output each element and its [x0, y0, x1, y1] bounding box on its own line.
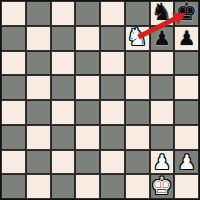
- square-e5[interactable]: [100, 75, 125, 100]
- black-knight[interactable]: ♞: [151, 1, 173, 24]
- square-h7[interactable]: ♟: [174, 26, 199, 51]
- square-b2[interactable]: [26, 150, 51, 175]
- square-e8[interactable]: [100, 1, 125, 26]
- square-h8[interactable]: ♚: [174, 1, 199, 26]
- square-b3[interactable]: [26, 125, 51, 150]
- square-c1[interactable]: [51, 174, 76, 199]
- white-knight[interactable]: ♞: [126, 26, 148, 49]
- square-f6[interactable]: [125, 51, 150, 76]
- square-f3[interactable]: [125, 125, 150, 150]
- square-a4[interactable]: [1, 100, 26, 125]
- square-a7[interactable]: [1, 26, 26, 51]
- black-pawn[interactable]: ♟: [178, 28, 196, 48]
- white-pawn[interactable]: ♟: [153, 152, 171, 172]
- square-e7[interactable]: [100, 26, 125, 51]
- square-g7[interactable]: ♟: [150, 26, 175, 51]
- square-g4[interactable]: [150, 100, 175, 125]
- square-g6[interactable]: [150, 51, 175, 76]
- square-d2[interactable]: [75, 150, 100, 175]
- square-h5[interactable]: [174, 75, 199, 100]
- square-f7[interactable]: ♞: [125, 26, 150, 51]
- square-h2[interactable]: ♟: [174, 150, 199, 175]
- square-a2[interactable]: [1, 150, 26, 175]
- square-h4[interactable]: [174, 100, 199, 125]
- square-h3[interactable]: [174, 125, 199, 150]
- square-f4[interactable]: [125, 100, 150, 125]
- square-a5[interactable]: [1, 75, 26, 100]
- square-g2[interactable]: ♟: [150, 150, 175, 175]
- chess-board[interactable]: ♞♚♞♟♟♟♟♚: [0, 0, 200, 200]
- square-c6[interactable]: [51, 51, 76, 76]
- square-b5[interactable]: [26, 75, 51, 100]
- square-g8[interactable]: ♞: [150, 1, 175, 26]
- square-c4[interactable]: [51, 100, 76, 125]
- white-pawn[interactable]: ♟: [178, 152, 196, 172]
- square-b4[interactable]: [26, 100, 51, 125]
- square-c2[interactable]: [51, 150, 76, 175]
- square-c7[interactable]: [51, 26, 76, 51]
- square-e3[interactable]: [100, 125, 125, 150]
- square-d4[interactable]: [75, 100, 100, 125]
- black-pawn[interactable]: ♟: [153, 28, 171, 48]
- square-d8[interactable]: [75, 1, 100, 26]
- square-f2[interactable]: [125, 150, 150, 175]
- square-c8[interactable]: [51, 1, 76, 26]
- square-b6[interactable]: [26, 51, 51, 76]
- square-f5[interactable]: [125, 75, 150, 100]
- square-g1[interactable]: ♚: [150, 174, 175, 199]
- square-d6[interactable]: [75, 51, 100, 76]
- square-d3[interactable]: [75, 125, 100, 150]
- square-f1[interactable]: [125, 174, 150, 199]
- square-b1[interactable]: [26, 174, 51, 199]
- square-e2[interactable]: [100, 150, 125, 175]
- square-e6[interactable]: [100, 51, 125, 76]
- square-e4[interactable]: [100, 100, 125, 125]
- square-c3[interactable]: [51, 125, 76, 150]
- square-d5[interactable]: [75, 75, 100, 100]
- square-f8[interactable]: [125, 1, 150, 26]
- square-g5[interactable]: [150, 75, 175, 100]
- square-a6[interactable]: [1, 51, 26, 76]
- square-d7[interactable]: [75, 26, 100, 51]
- square-g3[interactable]: [150, 125, 175, 150]
- black-king[interactable]: ♚: [176, 1, 198, 24]
- chess-app: ♞♚♞♟♟♟♟♚: [0, 0, 200, 200]
- square-d1[interactable]: [75, 174, 100, 199]
- square-b8[interactable]: [26, 1, 51, 26]
- square-a1[interactable]: [1, 174, 26, 199]
- white-king[interactable]: ♚: [151, 174, 173, 197]
- square-h1[interactable]: [174, 174, 199, 199]
- square-b7[interactable]: [26, 26, 51, 51]
- square-a8[interactable]: [1, 1, 26, 26]
- square-e1[interactable]: [100, 174, 125, 199]
- square-c5[interactable]: [51, 75, 76, 100]
- square-h6[interactable]: [174, 51, 199, 76]
- square-a3[interactable]: [1, 125, 26, 150]
